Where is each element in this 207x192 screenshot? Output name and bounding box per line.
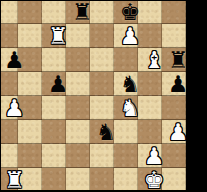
square-f4[interactable]: ♞ — [114, 96, 138, 120]
square-c3[interactable] — [42, 120, 66, 144]
square-g1[interactable]: ♚ — [138, 168, 162, 192]
square-c2[interactable] — [42, 144, 66, 168]
square-a4[interactable]: ♟ — [0, 96, 18, 120]
square-c6[interactable] — [42, 48, 66, 72]
square-b5[interactable] — [18, 72, 42, 96]
chess-app-window: ♜♚♜♟♟♝♜♟♞♟♟♞♞♟♟♜♚ — [0, 0, 207, 192]
square-c1[interactable] — [42, 168, 66, 192]
square-a2[interactable] — [0, 144, 18, 168]
board-border-left — [0, 0, 1, 192]
piece-black-knight-f5[interactable]: ♞ — [118, 72, 142, 96]
square-d2[interactable] — [66, 144, 90, 168]
square-d4[interactable] — [66, 96, 90, 120]
square-c5[interactable]: ♟ — [42, 72, 66, 96]
square-h7[interactable] — [162, 24, 186, 48]
square-d6[interactable] — [66, 48, 90, 72]
square-a5[interactable] — [0, 72, 18, 96]
board-right-margin — [186, 0, 207, 192]
square-f1[interactable] — [114, 168, 138, 192]
square-e7[interactable] — [90, 24, 114, 48]
board-border-bottom — [0, 190, 186, 192]
square-c4[interactable] — [42, 96, 66, 120]
square-g2[interactable]: ♟ — [138, 144, 162, 168]
piece-white-king-g1[interactable]: ♚ — [142, 168, 166, 192]
square-b7[interactable] — [18, 24, 42, 48]
square-e3[interactable]: ♞ — [90, 120, 114, 144]
square-e6[interactable] — [90, 48, 114, 72]
square-f5[interactable]: ♞ — [114, 72, 138, 96]
piece-black-rook-d8[interactable]: ♜ — [70, 0, 94, 24]
square-h5[interactable]: ♟ — [162, 72, 186, 96]
square-d1[interactable] — [66, 168, 90, 192]
piece-white-knight-f4[interactable]: ♞ — [118, 96, 142, 120]
square-g6[interactable]: ♝ — [138, 48, 162, 72]
piece-white-rook-c7[interactable]: ♜ — [46, 24, 70, 48]
piece-white-rook-a1[interactable]: ♜ — [4, 168, 22, 192]
square-a1[interactable]: ♜ — [0, 168, 18, 192]
square-b8[interactable] — [18, 0, 42, 24]
square-c8[interactable] — [42, 0, 66, 24]
square-b3[interactable] — [18, 120, 42, 144]
piece-white-pawn-a4[interactable]: ♟ — [4, 96, 22, 120]
square-b2[interactable] — [18, 144, 42, 168]
piece-white-pawn-g2[interactable]: ♟ — [142, 144, 166, 168]
square-e2[interactable] — [90, 144, 114, 168]
square-f2[interactable] — [114, 144, 138, 168]
piece-black-pawn-a6[interactable]: ♟ — [4, 48, 22, 72]
square-h8[interactable] — [162, 0, 186, 24]
square-a3[interactable] — [0, 120, 18, 144]
square-e4[interactable] — [90, 96, 114, 120]
piece-black-king-f8[interactable]: ♚ — [118, 0, 142, 24]
square-h3[interactable]: ♟ — [162, 120, 186, 144]
square-g3[interactable] — [138, 120, 162, 144]
square-a8[interactable] — [0, 0, 18, 24]
square-c7[interactable]: ♜ — [42, 24, 66, 48]
square-h6[interactable]: ♜ — [162, 48, 186, 72]
square-h4[interactable] — [162, 96, 186, 120]
square-f6[interactable] — [114, 48, 138, 72]
square-a6[interactable]: ♟ — [0, 48, 18, 72]
board-border-top — [0, 0, 186, 1]
piece-black-pawn-c5[interactable]: ♟ — [46, 72, 70, 96]
piece-white-pawn-f7[interactable]: ♟ — [118, 24, 142, 48]
square-f7[interactable]: ♟ — [114, 24, 138, 48]
piece-white-bishop-g6[interactable]: ♝ — [142, 48, 166, 72]
square-e5[interactable] — [90, 72, 114, 96]
square-d8[interactable]: ♜ — [66, 0, 90, 24]
square-e1[interactable] — [90, 168, 114, 192]
square-d3[interactable] — [66, 120, 90, 144]
square-f8[interactable]: ♚ — [114, 0, 138, 24]
piece-black-knight-e3[interactable]: ♞ — [94, 120, 118, 144]
square-a7[interactable] — [0, 24, 18, 48]
chess-board: ♜♚♜♟♟♝♜♟♞♟♟♞♞♟♟♜♚ — [0, 0, 186, 192]
